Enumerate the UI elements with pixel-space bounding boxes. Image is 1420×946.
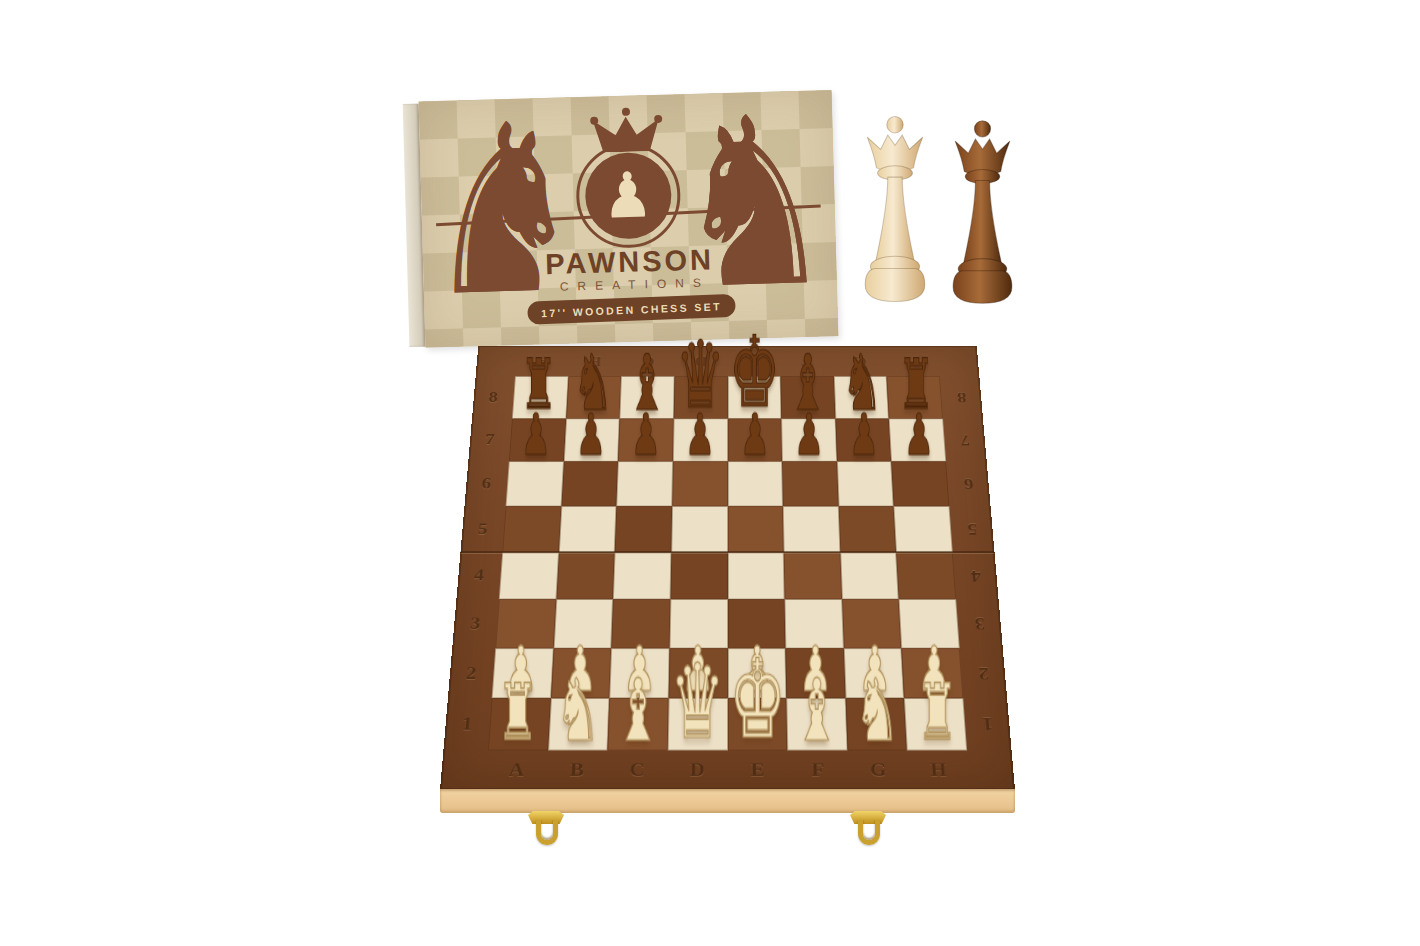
white-king: ♚ (729, 651, 786, 749)
square-c1: ♝ (608, 698, 669, 750)
rank-label-right-8: 8 (945, 376, 978, 418)
rank-label-right-4: 4 (958, 552, 994, 599)
white-bishop: ♝ (795, 671, 840, 748)
file-label-bottom-c: C (606, 753, 667, 786)
square-h4 (896, 552, 956, 599)
square-e5 (728, 506, 784, 552)
file-label-bottom-b: B (546, 753, 608, 786)
rank-label-right-2: 2 (965, 648, 1002, 698)
square-c7: ♟ (618, 418, 673, 461)
white-knight: ♞ (555, 671, 600, 748)
square-d7: ♟ (673, 418, 728, 461)
loose-pieces (858, 110, 1019, 310)
square-a5 (502, 506, 561, 552)
square-f7: ♟ (781, 418, 836, 461)
rank-label-left-7: 7 (473, 418, 507, 461)
square-g1: ♞ (845, 698, 907, 750)
white-rook: ♜ (917, 679, 958, 749)
file-label-bottom-h: H (907, 753, 969, 786)
product-box: ♞ ♞ ♟ PAWNSON CREATIONS 17'' WOODEN CHES… (403, 90, 840, 350)
black-pawn: ♟ (794, 408, 824, 460)
rank-label-right-1: 1 (969, 698, 1006, 750)
white-knight: ♞ (855, 671, 900, 748)
board-front-edge (440, 789, 1015, 813)
rank-label-right-7: 7 (948, 418, 982, 461)
black-pawn: ♟ (630, 408, 660, 460)
rank-label-left-5: 5 (465, 506, 500, 552)
brass-latch-right (848, 811, 888, 853)
rank-label-right-6: 6 (952, 462, 986, 507)
white-queen: ♛ (670, 656, 724, 749)
black-pawn: ♟ (521, 408, 551, 460)
rank-label-left-1: 1 (448, 698, 485, 750)
square-c6 (617, 462, 673, 507)
black-pawn: ♟ (576, 408, 606, 460)
square-f6 (782, 462, 838, 507)
product-photo-page: ♞ ♞ ♟ PAWNSON CREATIONS 17'' WOODEN CHES… (0, 0, 1420, 946)
square-h1: ♜ (904, 698, 967, 750)
square-e6 (728, 462, 783, 507)
board-squares: ♜♞♝♛♚♝♞♜♟♟♟♟♟♟♟♟♟♟♟♟♟♟♟♟♜♞♝♛♚♝♞♜ (488, 376, 967, 750)
square-d1: ♛ (668, 698, 728, 750)
square-e1: ♚ (728, 698, 788, 750)
dark-queen-piece (946, 116, 1019, 310)
rank-label-left-8: 8 (476, 376, 509, 418)
black-pawn: ♟ (904, 408, 934, 460)
white-rook: ♜ (498, 679, 539, 749)
brass-latch-left (526, 811, 566, 853)
rank-label-left-6: 6 (469, 462, 503, 507)
rank-label-right-5: 5 (955, 506, 990, 552)
square-e7: ♟ (728, 418, 783, 461)
square-f1: ♝ (786, 698, 847, 750)
square-f4 (784, 552, 842, 599)
logo-circle: ♟ (584, 152, 672, 240)
file-label-bottom-d: D (667, 753, 728, 786)
chess-board-frame: ♜♞♝♛♚♝♞♜♟♟♟♟♟♟♟♟♟♟♟♟♟♟♟♟♜♞♝♛♚♝♞♜ 8877665… (440, 346, 1015, 790)
pawn-icon: ♟ (602, 164, 654, 228)
square-h6 (891, 462, 949, 507)
rank-label-left-3: 3 (457, 599, 493, 648)
square-d4 (670, 552, 727, 599)
square-a7: ♟ (509, 418, 566, 461)
square-e4 (728, 552, 785, 599)
square-b5 (559, 506, 617, 552)
square-g5 (838, 506, 896, 552)
square-g4 (840, 552, 899, 599)
square-a4 (499, 552, 559, 599)
crown-icon (592, 109, 659, 153)
white-bishop: ♝ (615, 671, 660, 748)
rank-label-left-4: 4 (461, 552, 497, 599)
square-c4 (613, 552, 671, 599)
square-c5 (615, 506, 672, 552)
square-g6 (837, 462, 894, 507)
chess-board-scene: ♜♞♝♛♚♝♞♜♟♟♟♟♟♟♟♟♟♟♟♟♟♟♟♟♜♞♝♛♚♝♞♜ 8877665… (440, 346, 1015, 790)
square-b1: ♞ (548, 698, 610, 750)
square-d6 (672, 462, 727, 507)
black-pawn: ♟ (685, 408, 715, 460)
white-queen-piece (858, 110, 932, 310)
file-label-bottom-e: E (728, 753, 789, 786)
square-h7: ♟ (889, 418, 946, 461)
square-g7: ♟ (835, 418, 891, 461)
square-a6 (506, 462, 564, 507)
rank-label-right-3: 3 (962, 599, 998, 648)
file-label-bottom-f: F (787, 753, 848, 786)
square-a1: ♜ (488, 698, 551, 750)
square-d5 (671, 506, 727, 552)
rank-label-left-2: 2 (453, 648, 490, 698)
black-pawn: ♟ (740, 408, 770, 460)
brand-logo: ♟ (560, 108, 694, 250)
square-b6 (561, 462, 618, 507)
box-front: ♞ ♞ ♟ PAWNSON CREATIONS 17'' WOODEN CHES… (419, 90, 839, 347)
file-label-bottom-a: A (485, 753, 547, 786)
black-pawn: ♟ (849, 408, 879, 460)
square-f5 (783, 506, 840, 552)
square-b4 (556, 552, 615, 599)
board-fold-seam (460, 551, 994, 553)
square-h5 (894, 506, 953, 552)
file-label-bottom-g: G (847, 753, 909, 786)
logo-ring: ♟ (574, 142, 681, 249)
square-b7: ♟ (564, 418, 620, 461)
